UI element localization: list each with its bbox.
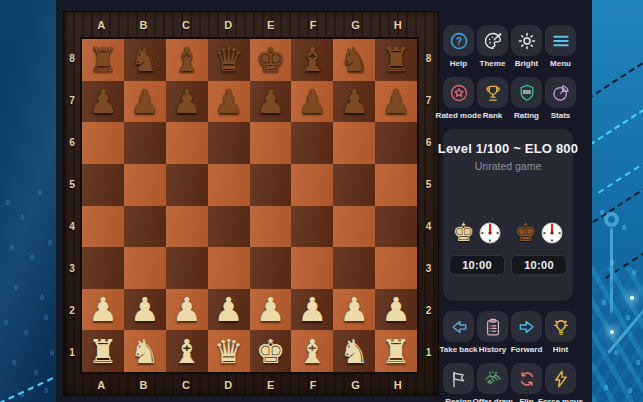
white-pawn: ♟ xyxy=(381,293,411,326)
binary-glyph: 0 xyxy=(602,300,606,307)
circuit-dash-line xyxy=(592,92,643,145)
circuit-pad xyxy=(604,212,619,227)
file-label: H xyxy=(377,379,419,391)
square-g4[interactable] xyxy=(333,206,375,248)
rank-button[interactable] xyxy=(477,77,508,108)
square-d5[interactable] xyxy=(208,164,250,206)
history-label: History xyxy=(479,345,507,354)
binary-glyph: 0 xyxy=(626,315,630,322)
square-f7[interactable]: ♟ xyxy=(291,81,333,123)
brightness-label: Bright xyxy=(515,59,539,68)
white-bishop: ♝ xyxy=(172,335,202,368)
desktop: 0000000000000000 0000000000 ABCDEFGH 876… xyxy=(0,0,643,402)
square-f3[interactable] xyxy=(291,247,333,289)
board-squares: ♜♞♝♛♚♝♞♜♟♟♟♟♟♟♟♟♟♟♟♟♟♟♟♟♜♞♝♛♚♝♞♜ xyxy=(80,37,419,374)
circuit-dash-line xyxy=(598,148,643,193)
rank-labels-left: 87654321 xyxy=(64,37,80,374)
white-bishop: ♝ xyxy=(298,335,328,368)
file-label: C xyxy=(165,19,207,31)
lightbulb-icon xyxy=(551,317,571,337)
palette-icon xyxy=(483,31,503,51)
white-pawn: ♟ xyxy=(214,293,244,326)
file-label: H xyxy=(377,19,419,31)
black-pawn: ♟ xyxy=(339,85,369,118)
white-pawn: ♟ xyxy=(88,293,118,326)
binary-glyph: 0 xyxy=(34,370,38,377)
lightning-bolt-icon xyxy=(551,369,571,389)
square-a1[interactable]: ♜ xyxy=(82,330,124,372)
binary-glyph: 0 xyxy=(44,388,48,395)
history-button[interactable] xyxy=(477,311,508,342)
file-label: D xyxy=(207,379,249,391)
file-label: F xyxy=(292,19,334,31)
binary-glyph: 0 xyxy=(30,255,34,262)
square-g3[interactable] xyxy=(333,247,375,289)
file-label: B xyxy=(122,19,164,31)
binary-glyph: 0 xyxy=(50,350,54,357)
square-d8[interactable]: ♛ xyxy=(208,39,250,81)
binary-glyph: 0 xyxy=(636,360,640,367)
clock-icon xyxy=(540,221,564,245)
clipboard-icon xyxy=(483,317,503,337)
square-g6[interactable] xyxy=(333,122,375,164)
square-d1[interactable]: ♛ xyxy=(208,330,250,372)
square-h5[interactable] xyxy=(375,164,417,206)
square-a7[interactable]: ♟ xyxy=(82,81,124,123)
square-a4[interactable] xyxy=(82,206,124,248)
binary-glyph: 0 xyxy=(48,240,52,247)
binary-glyph: 0 xyxy=(632,270,636,277)
brightness-button[interactable] xyxy=(511,25,542,56)
white-knight: ♞ xyxy=(339,335,369,368)
shield-rating-icon: 800 xyxy=(517,83,537,103)
binary-glyph: 0 xyxy=(628,388,632,395)
menu-button[interactable] xyxy=(545,25,576,56)
square-b2[interactable]: ♟ xyxy=(124,289,166,331)
sun-icon xyxy=(517,31,537,51)
circuit-dash-line xyxy=(592,46,643,99)
resign-button[interactable] xyxy=(443,363,474,394)
square-c3[interactable] xyxy=(166,247,208,289)
square-g5[interactable] xyxy=(333,164,375,206)
help-button[interactable]: ? xyxy=(443,25,474,56)
help-label: Help xyxy=(450,59,467,68)
white-pawn: ♟ xyxy=(298,293,328,326)
white-timer: ♚ 10:00 xyxy=(449,220,505,275)
square-h1[interactable]: ♜ xyxy=(375,330,417,372)
square-e2[interactable]: ♟ xyxy=(250,289,292,331)
hint-button[interactable] xyxy=(545,311,576,342)
black-bishop: ♝ xyxy=(298,43,328,76)
desktop-wallpaper-right: 0000000000 xyxy=(592,0,643,402)
resign-label: Resign xyxy=(445,397,472,402)
binary-glyph: 0 xyxy=(44,315,48,322)
square-h8[interactable]: ♜ xyxy=(375,39,417,81)
square-g1[interactable]: ♞ xyxy=(333,330,375,372)
file-label: G xyxy=(334,19,376,31)
black-clock-display: 10:00 xyxy=(511,255,567,275)
white-clock-display: 10:00 xyxy=(449,255,505,275)
offer-draw-button[interactable] xyxy=(477,363,508,394)
square-e8[interactable]: ♚ xyxy=(250,39,292,81)
white-king-icon: ♚ xyxy=(452,220,474,245)
square-f2[interactable]: ♟ xyxy=(291,289,333,331)
take-back-label: Take back xyxy=(439,345,477,354)
square-f6[interactable] xyxy=(291,122,333,164)
file-label: A xyxy=(80,379,122,391)
question-circle-icon: ? xyxy=(449,31,469,51)
glow-dot xyxy=(630,296,634,300)
square-g2[interactable]: ♟ xyxy=(333,289,375,331)
binary-glyph: 0 xyxy=(20,215,24,222)
rated-mode-button[interactable] xyxy=(443,77,474,108)
black-pawn: ♟ xyxy=(298,85,328,118)
toolbar-top: ? Help Theme xyxy=(443,25,579,68)
take-back-button[interactable] xyxy=(443,311,474,342)
square-f5[interactable] xyxy=(291,164,333,206)
square-h3[interactable] xyxy=(375,247,417,289)
file-label: B xyxy=(122,379,164,391)
theme-button[interactable] xyxy=(477,25,508,56)
binary-glyph: 0 xyxy=(6,200,10,207)
forward-button[interactable] xyxy=(511,311,542,342)
black-pawn: ♟ xyxy=(214,85,244,118)
actions-row-1: Take back History xyxy=(443,311,579,354)
binary-glyph: 0 xyxy=(600,210,604,217)
force-move-label: Force move xyxy=(538,397,583,402)
white-pawn: ♟ xyxy=(172,293,202,326)
square-c7[interactable]: ♟ xyxy=(166,81,208,123)
timers: ♚ 10:00 ♚ xyxy=(443,220,573,275)
binary-glyph: 0 xyxy=(12,360,16,367)
glow-dot xyxy=(610,330,614,334)
sidebar: ? Help Theme xyxy=(443,0,579,402)
black-pawn: ♟ xyxy=(88,85,118,118)
trophy-icon xyxy=(483,83,503,103)
binary-glyph: 0 xyxy=(610,260,614,267)
desktop-wallpaper-left: 0000000000000000 xyxy=(0,0,56,402)
actions-row-2: Resign Offer draw xyxy=(443,363,579,402)
rank-label: 5 xyxy=(64,163,80,205)
binary-glyph: 0 xyxy=(20,392,24,399)
square-f4[interactable] xyxy=(291,206,333,248)
rank-label: 2 xyxy=(419,290,438,332)
game-type-subtitle: Unrated game xyxy=(475,160,542,172)
circuit-board-pattern xyxy=(592,267,643,402)
arrow-right-icon xyxy=(517,317,537,337)
flip-cycle-icon xyxy=(517,369,537,389)
menu-label: Menu xyxy=(550,59,571,68)
square-g8[interactable]: ♞ xyxy=(333,39,375,81)
rank-label: 1 xyxy=(419,332,438,374)
black-pawn: ♟ xyxy=(256,85,286,118)
black-rook: ♜ xyxy=(381,43,411,76)
file-label: E xyxy=(250,19,292,31)
rank-label: 2 xyxy=(64,290,80,332)
square-c6[interactable] xyxy=(166,122,208,164)
chess-app-window: ABCDEFGH 87654321 ♜♞♝♛♚♝♞♜♟♟♟♟♟♟♟♟♟♟♟♟♟♟… xyxy=(56,0,592,402)
white-pawn: ♟ xyxy=(130,293,160,326)
rank-label: 3 xyxy=(64,248,80,290)
handshake-icon xyxy=(483,369,503,389)
white-knight: ♞ xyxy=(130,335,160,368)
binary-glyph: 0 xyxy=(614,350,618,357)
pie-chart-icon xyxy=(551,83,571,103)
binary-glyph: 0 xyxy=(10,245,14,252)
rank-label: 8 xyxy=(419,37,438,79)
black-pawn: ♟ xyxy=(130,85,160,118)
white-queen: ♛ xyxy=(214,335,244,368)
square-a2[interactable]: ♟ xyxy=(82,289,124,331)
square-b5[interactable] xyxy=(124,164,166,206)
square-c1[interactable]: ♝ xyxy=(166,330,208,372)
hamburger-menu-icon xyxy=(551,31,571,51)
square-c2[interactable]: ♟ xyxy=(166,289,208,331)
flip-button[interactable] xyxy=(511,363,542,394)
file-labels-bottom: ABCDEFGH xyxy=(64,374,438,395)
binary-glyph: 0 xyxy=(604,385,608,392)
black-knight: ♞ xyxy=(339,43,369,76)
black-king-icon: ♚ xyxy=(514,220,536,245)
theme-label: Theme xyxy=(480,59,506,68)
black-pawn: ♟ xyxy=(381,85,411,118)
square-g7[interactable]: ♟ xyxy=(333,81,375,123)
arrow-left-icon xyxy=(449,317,469,337)
white-pawn: ♟ xyxy=(339,293,369,326)
binary-glyph: 0 xyxy=(4,320,8,327)
square-f8[interactable]: ♝ xyxy=(291,39,333,81)
file-labels-top: ABCDEFGH xyxy=(64,12,438,37)
square-e7[interactable]: ♟ xyxy=(250,81,292,123)
white-rook: ♜ xyxy=(88,335,118,368)
square-h6[interactable] xyxy=(375,122,417,164)
rating-label: Rating xyxy=(514,111,539,120)
square-b8[interactable]: ♞ xyxy=(124,39,166,81)
rank-label: 1 xyxy=(64,332,80,374)
square-e3[interactable] xyxy=(250,247,292,289)
level-title: Level 1/100 ~ ELO 800 xyxy=(438,141,578,156)
square-h4[interactable] xyxy=(375,206,417,248)
square-h2[interactable]: ♟ xyxy=(375,289,417,331)
binary-glyph: 0 xyxy=(622,225,626,232)
offer-draw-label: Offer draw xyxy=(473,397,513,402)
rank-label: Rank xyxy=(483,111,503,120)
binary-glyph: 0 xyxy=(24,330,28,337)
rank-labels-right: 87654321 xyxy=(419,37,438,374)
file-label: E xyxy=(250,379,292,391)
square-a3[interactable] xyxy=(82,247,124,289)
square-e1[interactable]: ♚ xyxy=(250,330,292,372)
hint-label: Hint xyxy=(553,345,569,354)
rated-mode-label: Rated mode xyxy=(436,111,482,120)
square-e4[interactable] xyxy=(250,206,292,248)
square-d2[interactable]: ♟ xyxy=(208,289,250,331)
binary-glyph: 0 xyxy=(38,190,42,197)
file-label: F xyxy=(292,379,334,391)
file-label: D xyxy=(207,19,249,31)
square-d6[interactable] xyxy=(208,122,250,164)
square-b1[interactable]: ♞ xyxy=(124,330,166,372)
black-pawn: ♟ xyxy=(172,85,202,118)
chess-board: ABCDEFGH 87654321 ♜♞♝♛♚♝♞♜♟♟♟♟♟♟♟♟♟♟♟♟♟♟… xyxy=(64,12,438,395)
flip-label: Flip xyxy=(519,397,533,402)
black-timer: ♚ 10:00 xyxy=(511,220,567,275)
square-c8[interactable]: ♝ xyxy=(166,39,208,81)
square-e5[interactable] xyxy=(250,164,292,206)
forward-label: Forward xyxy=(511,345,543,354)
square-b7[interactable]: ♟ xyxy=(124,81,166,123)
black-rook: ♜ xyxy=(88,43,118,76)
file-label: G xyxy=(334,379,376,391)
star-circle-icon xyxy=(449,83,469,103)
square-b4[interactable] xyxy=(124,206,166,248)
black-bishop: ♝ xyxy=(172,43,202,76)
white-rook: ♜ xyxy=(381,335,411,368)
flag-icon xyxy=(449,369,469,389)
square-a6[interactable] xyxy=(82,122,124,164)
white-pawn: ♟ xyxy=(256,293,286,326)
black-king: ♚ xyxy=(256,43,286,76)
rank-label: 4 xyxy=(419,206,438,248)
rank-label: 8 xyxy=(64,37,80,79)
square-h7[interactable]: ♟ xyxy=(375,81,417,123)
file-label: A xyxy=(80,19,122,31)
clock-icon xyxy=(478,221,502,245)
black-knight: ♞ xyxy=(130,43,160,76)
square-d4[interactable] xyxy=(208,206,250,248)
white-king: ♚ xyxy=(256,335,286,368)
rank-label: 4 xyxy=(64,206,80,248)
rank-label: 7 xyxy=(64,79,80,121)
file-label: C xyxy=(165,379,207,391)
square-c4[interactable] xyxy=(166,206,208,248)
rating-badge: 800 xyxy=(523,90,531,95)
black-queen: ♛ xyxy=(214,43,244,76)
toolbar-stats: Rated mode Rank xyxy=(443,77,579,120)
rank-label: 6 xyxy=(419,121,438,163)
square-b6[interactable] xyxy=(124,122,166,164)
square-c5[interactable] xyxy=(166,164,208,206)
binary-glyph: 0 xyxy=(14,285,18,292)
square-a8[interactable]: ♜ xyxy=(82,39,124,81)
force-move-button[interactable] xyxy=(545,363,576,394)
game-info-card: Level 1/100 ~ ELO 800 Unrated game ♚ xyxy=(443,129,573,301)
rank-label: 5 xyxy=(419,163,438,205)
stats-button[interactable] xyxy=(545,77,576,108)
rank-label: 6 xyxy=(64,121,80,163)
binary-glyph: 0 xyxy=(40,295,44,302)
svg-text:?: ? xyxy=(455,35,461,46)
square-b3[interactable] xyxy=(124,247,166,289)
rank-label: 3 xyxy=(419,248,438,290)
square-f1[interactable]: ♝ xyxy=(291,330,333,372)
stats-label: Stats xyxy=(551,111,571,120)
square-d7[interactable]: ♟ xyxy=(208,81,250,123)
square-e6[interactable] xyxy=(250,122,292,164)
square-d3[interactable] xyxy=(208,247,250,289)
rating-button[interactable]: 800 xyxy=(511,77,542,108)
square-a5[interactable] xyxy=(82,164,124,206)
